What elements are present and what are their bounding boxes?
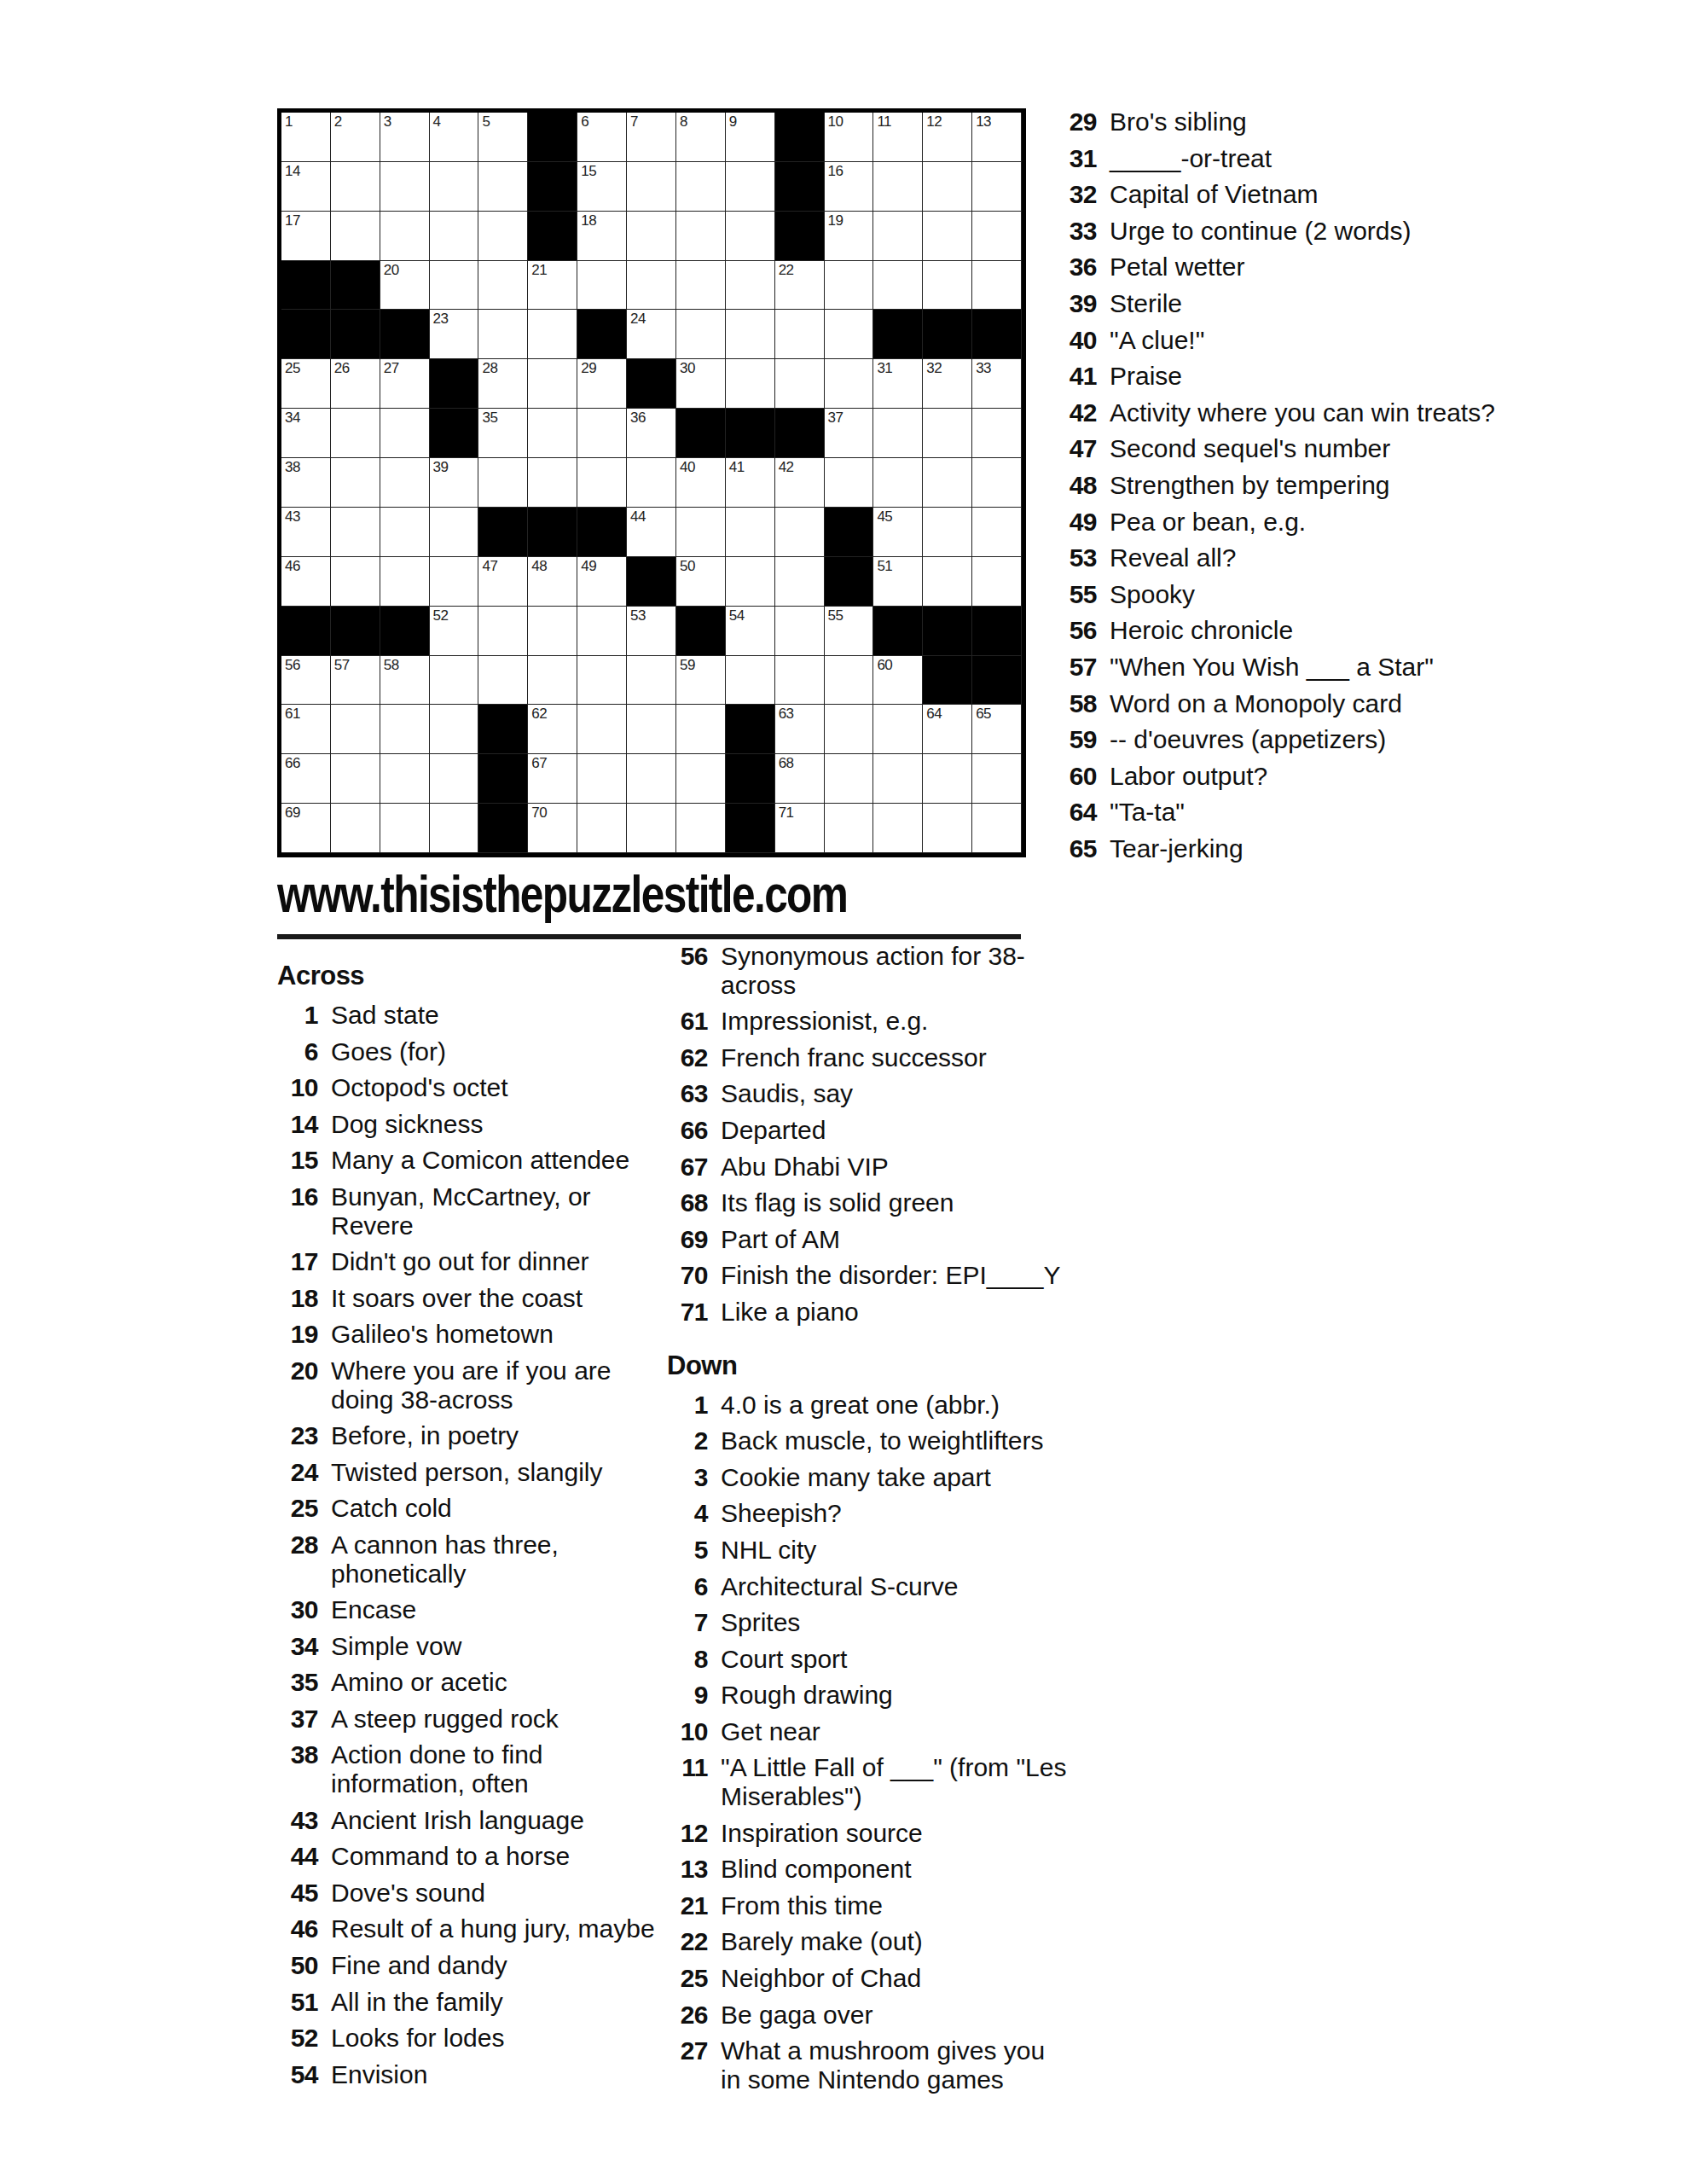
grid-cell[interactable] [430, 754, 479, 804]
grid-cell-black [923, 656, 972, 706]
grid-cell[interactable]: 66 [281, 754, 331, 804]
cell-number: 69 [285, 804, 300, 822]
grid-cell-black [775, 162, 825, 212]
clue: 69Part of AM [667, 1225, 1068, 1254]
grid-cell[interactable] [331, 458, 380, 508]
clue-text: Dog sickness [331, 1110, 665, 1139]
clue: 44Command to a horse [277, 1842, 665, 1871]
grid-cell[interactable] [873, 705, 923, 754]
grid-cell[interactable] [380, 212, 430, 261]
grid-cell[interactable]: 50 [676, 557, 726, 607]
clue: 33Urge to continue (2 words) [1056, 217, 1527, 246]
clue: 17Didn't go out for dinner [277, 1247, 665, 1276]
grid-cell[interactable] [380, 409, 430, 458]
grid-cell[interactable] [577, 656, 627, 706]
grid-cell[interactable] [676, 508, 726, 557]
clue-text: Architectural S-curve [721, 1572, 1068, 1601]
grid-cell[interactable] [873, 409, 923, 458]
grid-cell[interactable]: 22 [775, 261, 825, 311]
grid-cell[interactable] [972, 409, 1022, 458]
grid-cell[interactable]: 56 [281, 656, 331, 706]
grid-cell[interactable]: 46 [281, 557, 331, 607]
grid-cell[interactable] [972, 212, 1022, 261]
grid-cell[interactable] [726, 212, 775, 261]
clue: 28A cannon has three, phonetically [277, 1531, 665, 1588]
cell-number: 9 [729, 113, 737, 131]
grid-cell[interactable] [923, 557, 972, 607]
grid-cell[interactable] [478, 310, 528, 359]
grid-cell[interactable]: 40 [676, 458, 726, 508]
crossword-page: { "game": "crossword", "header": { "titl… [0, 0, 1687, 2184]
cell-number: 31 [877, 360, 892, 377]
grid-cell[interactable]: 37 [825, 409, 874, 458]
grid-cell[interactable]: 60 [873, 656, 923, 706]
grid-cell[interactable]: 52 [430, 607, 479, 656]
grid-cell[interactable]: 48 [528, 557, 577, 607]
grid-cell[interactable] [825, 458, 874, 508]
grid-cell[interactable]: 4 [430, 113, 479, 162]
grid-cell[interactable]: 8 [676, 113, 726, 162]
grid-cell[interactable] [331, 162, 380, 212]
grid-cell-black [873, 607, 923, 656]
clue-text: Petal wetter [1110, 253, 1527, 282]
clue: 55Spooky [1056, 580, 1527, 609]
grid-cell[interactable]: 23 [430, 310, 479, 359]
grid-cell[interactable] [676, 261, 726, 311]
grid-cell[interactable]: 59 [676, 656, 726, 706]
grid-cell[interactable]: 63 [775, 705, 825, 754]
grid-cell[interactable] [430, 804, 479, 853]
clue-text: NHL city [721, 1536, 1068, 1565]
clue-number: 8 [667, 1645, 708, 1674]
clue-number: 5 [667, 1536, 708, 1565]
grid-cell-black [380, 607, 430, 656]
clue-text: "Ta-ta" [1110, 798, 1527, 827]
clue-number: 27 [667, 2036, 708, 2094]
grid-cell[interactable]: 34 [281, 409, 331, 458]
grid-cell[interactable] [825, 754, 874, 804]
grid-cell[interactable] [972, 162, 1022, 212]
grid-cell[interactable] [726, 508, 775, 557]
grid-cell[interactable]: 49 [577, 557, 627, 607]
grid-cell[interactable] [627, 754, 676, 804]
cell-number: 23 [433, 311, 449, 328]
grid-cell[interactable]: 33 [972, 359, 1022, 409]
grid-cell[interactable] [972, 261, 1022, 311]
clue-number: 6 [667, 1572, 708, 1601]
clue-text: Simple vow [331, 1632, 665, 1661]
cell-number: 29 [581, 360, 596, 377]
grid-cell[interactable]: 28 [478, 359, 528, 409]
cell-number: 4 [433, 113, 441, 131]
clue-text: Where you are if you are doing 38-across [331, 1356, 665, 1414]
grid-cell[interactable]: 15 [577, 162, 627, 212]
grid-cell[interactable] [577, 607, 627, 656]
clue-number: 30 [277, 1595, 318, 1624]
grid-cell[interactable]: 21 [528, 261, 577, 311]
grid-cell[interactable]: 47 [478, 557, 528, 607]
grid-cell[interactable] [825, 310, 874, 359]
grid-cell[interactable] [430, 261, 479, 311]
grid-cell[interactable] [331, 754, 380, 804]
grid-cell[interactable]: 25 [281, 359, 331, 409]
grid-cell[interactable] [331, 508, 380, 557]
grid-cell[interactable] [627, 804, 676, 853]
grid-cell[interactable]: 32 [923, 359, 972, 409]
grid-cell[interactable] [825, 705, 874, 754]
grid-cell[interactable] [478, 656, 528, 706]
grid-cell[interactable] [478, 212, 528, 261]
grid-cell[interactable]: 38 [281, 458, 331, 508]
grid-cell[interactable] [676, 754, 726, 804]
grid-cell-black [972, 607, 1022, 656]
cell-number: 39 [433, 459, 449, 476]
clue-text: "A Little Fall of ___" (from "Les Misera… [721, 1753, 1068, 1810]
grid-cell[interactable] [430, 656, 479, 706]
grid-cell[interactable] [331, 212, 380, 261]
clue-number: 31 [1056, 144, 1097, 173]
grid-cell[interactable] [676, 162, 726, 212]
grid-cell[interactable]: 39 [430, 458, 479, 508]
grid-cell[interactable] [676, 310, 726, 359]
grid-cell[interactable] [825, 656, 874, 706]
grid-cell[interactable]: 64 [923, 705, 972, 754]
grid-cell[interactable]: 24 [627, 310, 676, 359]
grid-cell[interactable] [478, 261, 528, 311]
grid-cell[interactable] [873, 458, 923, 508]
clue-number: 63 [667, 1079, 708, 1108]
grid-cell[interactable] [923, 261, 972, 311]
clue-number: 20 [277, 1356, 318, 1414]
grid-cell[interactable] [528, 359, 577, 409]
grid-cell[interactable] [627, 705, 676, 754]
clue-number: 52 [277, 2024, 318, 2053]
grid-cell[interactable] [775, 557, 825, 607]
grid-cell[interactable] [331, 409, 380, 458]
grid-cell[interactable]: 16 [825, 162, 874, 212]
clue: 54Envision [277, 2060, 665, 2089]
clue: 32Capital of Vietnam [1056, 180, 1527, 209]
grid-cell[interactable] [430, 705, 479, 754]
cell-number: 59 [680, 657, 695, 674]
grid-cell[interactable] [627, 162, 676, 212]
grid-cell[interactable]: 42 [775, 458, 825, 508]
grid-cell[interactable] [627, 212, 676, 261]
grid-cell[interactable] [726, 310, 775, 359]
grid-cell[interactable]: 17 [281, 212, 331, 261]
grid-cell[interactable] [726, 557, 775, 607]
grid-cell[interactable] [331, 804, 380, 853]
grid-cell-black [380, 310, 430, 359]
grid-cell[interactable] [577, 458, 627, 508]
grid-cell[interactable] [923, 458, 972, 508]
clue-number: 38 [277, 1740, 318, 1798]
grid-cell[interactable]: 27 [380, 359, 430, 409]
grid-cell[interactable] [873, 261, 923, 311]
grid-cell[interactable] [380, 162, 430, 212]
grid-cell[interactable] [577, 754, 627, 804]
grid-cell-black [676, 607, 726, 656]
grid-cell[interactable] [972, 754, 1022, 804]
grid-cell-black [430, 359, 479, 409]
grid-cell[interactable] [380, 705, 430, 754]
grid-cell[interactable]: 12 [923, 113, 972, 162]
puzzle-title-block: www.thisisthepuzzlestitle.com [277, 863, 1021, 939]
grid-cell-black [331, 261, 380, 311]
grid-cell-black [528, 162, 577, 212]
clue-number: 29 [1056, 107, 1097, 136]
grid-cell[interactable] [972, 557, 1022, 607]
grid-cell[interactable]: 58 [380, 656, 430, 706]
cell-number: 11 [877, 113, 891, 131]
grid-cell[interactable]: 55 [825, 607, 874, 656]
grid-cell[interactable]: 13 [972, 113, 1022, 162]
grid-cell[interactable]: 10 [825, 113, 874, 162]
cell-number: 45 [877, 508, 892, 526]
grid-cell-black [281, 607, 331, 656]
grid-cell[interactable] [726, 162, 775, 212]
grid-cell[interactable] [873, 804, 923, 853]
grid-cell[interactable]: 31 [873, 359, 923, 409]
grid-cell[interactable]: 7 [627, 113, 676, 162]
clue: 64"Ta-ta" [1056, 798, 1527, 827]
grid-cell[interactable] [873, 754, 923, 804]
clue-text: All in the family [331, 1988, 665, 2017]
grid-cell-black [528, 212, 577, 261]
grid-cell[interactable] [676, 212, 726, 261]
grid-cell[interactable] [923, 162, 972, 212]
grid-cell-black [478, 705, 528, 754]
cell-number: 17 [285, 212, 300, 229]
crossword-grid: 1234567891011121314151617181920212223242… [277, 108, 1026, 857]
clue: 18It soars over the coast [277, 1284, 665, 1313]
clue-number: 49 [1056, 508, 1097, 537]
grid-cell[interactable] [331, 557, 380, 607]
cell-number: 58 [384, 657, 399, 674]
cell-number: 57 [334, 657, 350, 674]
cell-number: 44 [630, 508, 646, 526]
grid-cell[interactable]: 41 [726, 458, 775, 508]
grid-cell[interactable]: 19 [825, 212, 874, 261]
grid-cell[interactable] [923, 409, 972, 458]
grid-cell[interactable] [775, 310, 825, 359]
grid-cell[interactable] [726, 656, 775, 706]
grid-cell[interactable]: 14 [281, 162, 331, 212]
grid-cell[interactable] [972, 804, 1022, 853]
grid-cell[interactable]: 62 [528, 705, 577, 754]
grid-cell[interactable] [577, 705, 627, 754]
grid-cell[interactable]: 44 [627, 508, 676, 557]
clue-number: 25 [277, 1494, 318, 1523]
grid-cell[interactable] [972, 508, 1022, 557]
grid-cell[interactable] [478, 607, 528, 656]
grid-cell[interactable] [726, 261, 775, 311]
grid-cell[interactable]: 67 [528, 754, 577, 804]
grid-cell[interactable]: 18 [577, 212, 627, 261]
grid-cell[interactable] [775, 508, 825, 557]
grid-cell[interactable]: 43 [281, 508, 331, 557]
clue: 58Word on a Monopoly card [1056, 689, 1527, 718]
clue: 4Sheepish? [667, 1499, 1068, 1528]
down-list-middle: 14.0 is a great one (abbr.)2Back muscle,… [667, 1391, 1068, 2094]
clue-text: Bro's sibling [1110, 107, 1527, 136]
clue: 14.0 is a great one (abbr.) [667, 1391, 1068, 1420]
clue-text: A steep rugged rock [331, 1705, 665, 1734]
grid-cell[interactable]: 71 [775, 804, 825, 853]
grid-cell[interactable]: 57 [331, 656, 380, 706]
grid-cell[interactable]: 29 [577, 359, 627, 409]
clue-text: Sprites [721, 1608, 1068, 1637]
grid-cell[interactable] [676, 804, 726, 853]
grid-cell-black [726, 804, 775, 853]
grid-cell[interactable] [380, 754, 430, 804]
grid-cell[interactable]: 61 [281, 705, 331, 754]
clue-text: Labor output? [1110, 762, 1527, 791]
grid-cell[interactable] [923, 508, 972, 557]
grid-cell[interactable]: 1 [281, 113, 331, 162]
clue-number: 70 [667, 1261, 708, 1290]
grid-cell[interactable] [577, 409, 627, 458]
grid-cell-black [972, 656, 1022, 706]
grid-cell[interactable]: 3 [380, 113, 430, 162]
grid-cell[interactable] [528, 310, 577, 359]
clue-number: 42 [1056, 398, 1097, 427]
cell-number: 60 [877, 657, 892, 674]
grid-cell[interactable] [873, 212, 923, 261]
grid-cell[interactable] [478, 162, 528, 212]
clue: 5NHL city [667, 1536, 1068, 1565]
grid-cell[interactable] [923, 212, 972, 261]
grid-cell[interactable] [478, 458, 528, 508]
grid-cell[interactable]: 68 [775, 754, 825, 804]
grid-cell[interactable]: 70 [528, 804, 577, 853]
grid-cell[interactable] [923, 754, 972, 804]
clue-text: Dove's sound [331, 1879, 665, 1908]
grid-cell[interactable] [380, 557, 430, 607]
grid-cell[interactable] [528, 607, 577, 656]
clue-text: Amino or acetic [331, 1668, 665, 1697]
grid-cell[interactable]: 51 [873, 557, 923, 607]
grid-cell[interactable]: 9 [726, 113, 775, 162]
cell-number: 34 [285, 409, 300, 427]
grid-cell[interactable] [627, 656, 676, 706]
grid-cell[interactable] [430, 212, 479, 261]
grid-cell[interactable] [380, 458, 430, 508]
grid-cell[interactable] [825, 261, 874, 311]
clue-number: 62 [667, 1043, 708, 1072]
clue-number: 61 [667, 1007, 708, 1036]
grid-cell[interactable] [627, 261, 676, 311]
grid-cell[interactable] [923, 804, 972, 853]
grid-cell[interactable] [873, 162, 923, 212]
clue-number: 4 [667, 1499, 708, 1528]
grid-cell[interactable] [775, 607, 825, 656]
grid-cell[interactable] [380, 508, 430, 557]
clue: 66Departed [667, 1116, 1068, 1145]
grid-cell[interactable] [775, 656, 825, 706]
grid-cell[interactable]: 2 [331, 113, 380, 162]
clue-text: Envision [331, 2060, 665, 2089]
grid-cell[interactable] [627, 458, 676, 508]
clue-number: 65 [1056, 834, 1097, 863]
clue-number: 6 [277, 1037, 318, 1066]
grid-cell[interactable] [528, 458, 577, 508]
grid-cell[interactable]: 30 [676, 359, 726, 409]
clue: 70Finish the disorder: EPI____Y [667, 1261, 1068, 1290]
grid-cell[interactable]: 6 [577, 113, 627, 162]
grid-cell[interactable] [430, 162, 479, 212]
grid-cell[interactable]: 69 [281, 804, 331, 853]
grid-cell[interactable] [825, 359, 874, 409]
grid-cell[interactable] [380, 804, 430, 853]
clue-text: Blind component [721, 1855, 1068, 1884]
grid-cell[interactable] [775, 359, 825, 409]
grid-cell[interactable] [528, 656, 577, 706]
grid-cell[interactable]: 54 [726, 607, 775, 656]
grid-cell[interactable] [331, 705, 380, 754]
grid-cell-black [528, 113, 577, 162]
cell-number: 10 [828, 113, 843, 131]
clue-number: 66 [667, 1116, 708, 1145]
clue-text: Second sequel's number [1110, 434, 1527, 463]
clue: 3Cookie many take apart [667, 1463, 1068, 1492]
cell-number: 24 [630, 311, 646, 328]
grid-cell[interactable]: 53 [627, 607, 676, 656]
clue-text: Pea or bean, e.g. [1110, 508, 1527, 537]
cell-number: 16 [828, 163, 843, 180]
cell-number: 71 [779, 804, 794, 822]
cell-number: 32 [926, 360, 942, 377]
clue: 19Galileo's hometown [277, 1320, 665, 1349]
grid-cell[interactable]: 45 [873, 508, 923, 557]
cell-number: 38 [285, 459, 300, 476]
grid-cell[interactable]: 65 [972, 705, 1022, 754]
clue-number: 9 [667, 1681, 708, 1710]
clue-text: Catch cold [331, 1494, 665, 1523]
clue: 27What a mushroom gives you in some Nint… [667, 2036, 1068, 2094]
grid-cell[interactable]: 20 [380, 261, 430, 311]
grid-cell[interactable]: 11 [873, 113, 923, 162]
grid-cell[interactable] [430, 557, 479, 607]
grid-cell[interactable] [972, 458, 1022, 508]
grid-cell[interactable] [577, 804, 627, 853]
grid-cell[interactable]: 26 [331, 359, 380, 409]
grid-cell-black [478, 508, 528, 557]
clue-text: Urge to continue (2 words) [1110, 217, 1527, 246]
clue: 10Get near [667, 1717, 1068, 1746]
grid-cell[interactable]: 36 [627, 409, 676, 458]
clue-number: 43 [277, 1806, 318, 1835]
grid-cell[interactable] [577, 261, 627, 311]
clue-text: Saudis, say [721, 1079, 1068, 1108]
grid-cell[interactable]: 5 [478, 113, 528, 162]
grid-cell[interactable] [726, 359, 775, 409]
clue-number: 60 [1056, 762, 1097, 791]
grid-cell[interactable] [676, 705, 726, 754]
clue-text: Sad state [331, 1001, 665, 1030]
clue: 52Looks for lodes [277, 2024, 665, 2053]
grid-cell[interactable]: 35 [478, 409, 528, 458]
cell-number: 18 [581, 212, 596, 229]
grid-cell[interactable] [825, 804, 874, 853]
clue: 56Heroic chronicle [1056, 616, 1527, 645]
grid-cell-black [627, 359, 676, 409]
clue-number: 64 [1056, 798, 1097, 827]
grid-cell[interactable] [528, 409, 577, 458]
grid-cell[interactable] [430, 508, 479, 557]
clue-number: 39 [1056, 289, 1097, 318]
cell-number: 56 [285, 657, 300, 674]
